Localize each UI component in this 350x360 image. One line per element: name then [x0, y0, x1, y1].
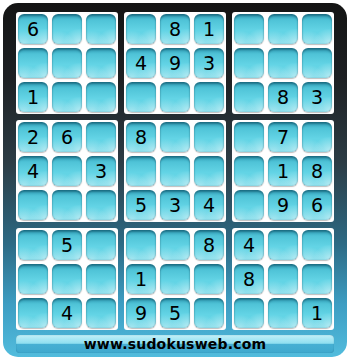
cell-r3c9[interactable]: 3 — [302, 82, 332, 112]
cell-r1c3[interactable] — [86, 14, 116, 44]
cell-r4c7[interactable] — [234, 122, 264, 152]
cell-r3c7[interactable] — [234, 82, 264, 112]
cell-r7c8[interactable] — [268, 230, 298, 260]
cell-r6c5[interactable]: 3 — [160, 190, 190, 220]
cell-r8c8[interactable] — [268, 264, 298, 294]
box-2-3: 71896 — [232, 120, 334, 222]
cell-r8c6[interactable] — [194, 264, 224, 294]
cell-r2c2[interactable] — [52, 48, 82, 78]
cell-r4c1[interactable]: 2 — [18, 122, 48, 152]
cell-r8c4[interactable]: 1 — [126, 264, 156, 294]
cell-r6c6[interactable]: 4 — [194, 190, 224, 220]
cell-r4c5[interactable] — [160, 122, 190, 152]
cell-r5c1[interactable]: 4 — [18, 156, 48, 186]
cell-r1c1[interactable]: 6 — [18, 14, 48, 44]
cell-r8c1[interactable] — [18, 264, 48, 294]
cell-r5c8[interactable]: 1 — [268, 156, 298, 186]
cell-r5c3[interactable]: 3 — [86, 156, 116, 186]
cell-r1c9[interactable] — [302, 14, 332, 44]
cell-r9c7[interactable] — [234, 298, 264, 328]
cell-r7c2[interactable]: 5 — [52, 230, 82, 260]
cell-r6c3[interactable] — [86, 190, 116, 220]
cell-r3c2[interactable] — [52, 82, 82, 112]
cell-r3c1[interactable]: 1 — [18, 82, 48, 112]
box-3-1: 54 — [16, 228, 118, 330]
cell-r6c9[interactable]: 6 — [302, 190, 332, 220]
cell-r2c5[interactable]: 9 — [160, 48, 190, 78]
board-frame: 6181493832643853471896548195481 www.sudo… — [3, 3, 347, 357]
cell-r3c4[interactable] — [126, 82, 156, 112]
cell-r4c6[interactable] — [194, 122, 224, 152]
sudoku-board: 6181493832643853471896548195481 — [16, 12, 334, 330]
cell-r6c8[interactable]: 9 — [268, 190, 298, 220]
cell-r2c7[interactable] — [234, 48, 264, 78]
cell-r4c4[interactable]: 8 — [126, 122, 156, 152]
cell-r9c1[interactable] — [18, 298, 48, 328]
cell-r5c7[interactable] — [234, 156, 264, 186]
cell-r6c1[interactable] — [18, 190, 48, 220]
cell-r2c1[interactable] — [18, 48, 48, 78]
cell-r9c8[interactable] — [268, 298, 298, 328]
cell-r8c5[interactable] — [160, 264, 190, 294]
cell-r1c8[interactable] — [268, 14, 298, 44]
cell-r6c7[interactable] — [234, 190, 264, 220]
cell-r3c3[interactable] — [86, 82, 116, 112]
cell-r8c9[interactable] — [302, 264, 332, 294]
cell-r2c8[interactable] — [268, 48, 298, 78]
cell-r1c5[interactable]: 8 — [160, 14, 190, 44]
sudoku-page: { "game": "sudoku", "position": "6000810… — [0, 0, 350, 360]
box-3-3: 481 — [232, 228, 334, 330]
cell-r4c3[interactable] — [86, 122, 116, 152]
cell-r7c3[interactable] — [86, 230, 116, 260]
cell-r2c3[interactable] — [86, 48, 116, 78]
box-1-1: 61 — [16, 12, 118, 114]
cell-r9c3[interactable] — [86, 298, 116, 328]
cell-r6c2[interactable] — [52, 190, 82, 220]
cell-r5c5[interactable] — [160, 156, 190, 186]
cell-r2c9[interactable] — [302, 48, 332, 78]
box-2-1: 2643 — [16, 120, 118, 222]
cell-r5c9[interactable]: 8 — [302, 156, 332, 186]
cell-r5c2[interactable] — [52, 156, 82, 186]
cell-r3c8[interactable]: 8 — [268, 82, 298, 112]
cell-r5c6[interactable] — [194, 156, 224, 186]
cell-r6c4[interactable]: 5 — [126, 190, 156, 220]
cell-r8c3[interactable] — [86, 264, 116, 294]
cell-r1c4[interactable] — [126, 14, 156, 44]
cell-r9c2[interactable]: 4 — [52, 298, 82, 328]
cell-r1c7[interactable] — [234, 14, 264, 44]
cell-r7c9[interactable] — [302, 230, 332, 260]
cell-r2c4[interactable]: 4 — [126, 48, 156, 78]
footer-bar: www.sudokusweb.com — [16, 335, 334, 353]
cell-r1c2[interactable] — [52, 14, 82, 44]
cell-r5c4[interactable] — [126, 156, 156, 186]
box-3-2: 8195 — [124, 228, 226, 330]
cell-r3c5[interactable] — [160, 82, 190, 112]
cell-r7c7[interactable]: 4 — [234, 230, 264, 260]
box-1-3: 83 — [232, 12, 334, 114]
cell-r2c6[interactable]: 3 — [194, 48, 224, 78]
cell-r9c4[interactable]: 9 — [126, 298, 156, 328]
site-url: www.sudokusweb.com — [84, 336, 267, 352]
cell-r3c6[interactable] — [194, 82, 224, 112]
box-2-2: 8534 — [124, 120, 226, 222]
cell-r9c5[interactable]: 5 — [160, 298, 190, 328]
cell-r4c8[interactable]: 7 — [268, 122, 298, 152]
cell-r7c6[interactable]: 8 — [194, 230, 224, 260]
cell-r8c2[interactable] — [52, 264, 82, 294]
box-1-2: 81493 — [124, 12, 226, 114]
cell-r8c7[interactable]: 8 — [234, 264, 264, 294]
cell-r4c9[interactable] — [302, 122, 332, 152]
cell-r9c9[interactable]: 1 — [302, 298, 332, 328]
cell-r1c6[interactable]: 1 — [194, 14, 224, 44]
cell-r4c2[interactable]: 6 — [52, 122, 82, 152]
cell-r7c5[interactable] — [160, 230, 190, 260]
cell-r9c6[interactable] — [194, 298, 224, 328]
cell-r7c1[interactable] — [18, 230, 48, 260]
cell-r7c4[interactable] — [126, 230, 156, 260]
